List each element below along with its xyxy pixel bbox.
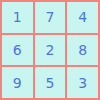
grid-cell-r1c0[interactable]: 6 xyxy=(2,35,33,66)
grid-cell-r2c2[interactable]: 3 xyxy=(67,67,98,98)
grid-cell-r2c1[interactable]: 5 xyxy=(35,67,66,98)
grid-cell-r1c2[interactable]: 8 xyxy=(67,35,98,66)
grid-cell-r0c1[interactable]: 7 xyxy=(35,2,66,33)
grid-cell-r1c1[interactable]: 2 xyxy=(35,35,66,66)
grid-cell-r0c0[interactable]: 1 xyxy=(2,2,33,33)
number-grid-board: 1 7 4 6 2 8 9 5 3 xyxy=(0,0,100,100)
grid-cell-r2c0[interactable]: 9 xyxy=(2,67,33,98)
grid-cell-r0c2[interactable]: 4 xyxy=(67,2,98,33)
